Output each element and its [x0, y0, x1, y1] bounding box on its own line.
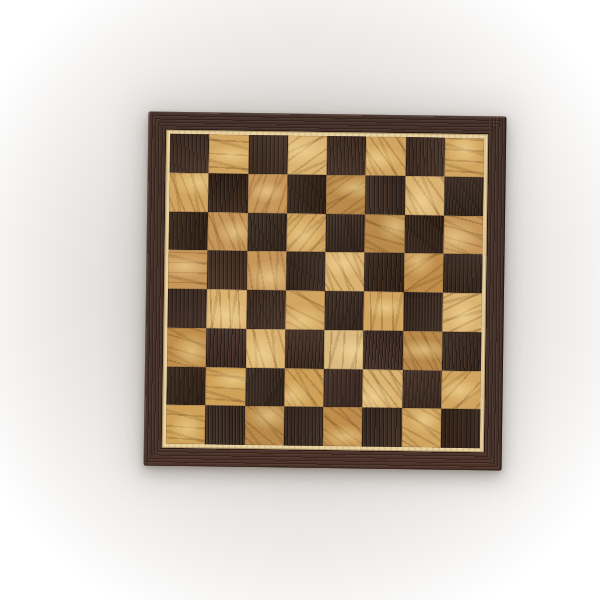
square-r0c4 — [327, 136, 367, 175]
square-r4c0 — [167, 289, 207, 328]
square-r1c0 — [169, 173, 209, 212]
square-r3c3 — [286, 252, 326, 291]
square-r6c4 — [323, 368, 363, 407]
square-r0c0 — [170, 134, 210, 173]
square-r1c3 — [287, 174, 327, 213]
square-r1c7 — [444, 176, 484, 215]
square-r7c6 — [401, 408, 441, 447]
square-r4c3 — [285, 290, 325, 329]
square-r0c3 — [287, 135, 327, 174]
square-r3c7 — [443, 254, 483, 293]
square-r3c2 — [247, 251, 287, 290]
square-r4c4 — [324, 291, 364, 330]
square-r6c3 — [284, 368, 324, 407]
square-r0c7 — [444, 138, 484, 177]
chess-board — [144, 112, 507, 471]
square-r5c3 — [285, 329, 325, 368]
backdrop — [0, 0, 600, 600]
square-r3c1 — [207, 251, 247, 290]
square-r2c4 — [326, 214, 366, 253]
square-r1c2 — [248, 174, 288, 213]
square-r6c6 — [402, 370, 442, 409]
square-r6c1 — [206, 367, 246, 406]
square-r5c1 — [206, 328, 246, 367]
square-r7c7 — [441, 409, 481, 448]
square-r1c4 — [326, 175, 366, 214]
square-r2c3 — [286, 213, 326, 252]
square-r5c4 — [324, 330, 364, 369]
square-r1c6 — [405, 176, 445, 215]
square-r7c5 — [362, 408, 402, 447]
square-r0c6 — [405, 137, 445, 176]
square-r2c2 — [247, 212, 287, 251]
square-r5c0 — [167, 328, 207, 367]
square-r4c5 — [364, 292, 404, 331]
square-r1c1 — [208, 173, 248, 212]
square-r7c1 — [205, 406, 245, 445]
board-grid — [166, 134, 484, 448]
square-r3c4 — [325, 252, 365, 291]
square-r0c5 — [366, 137, 406, 176]
square-r6c7 — [441, 370, 481, 409]
square-r3c5 — [364, 253, 404, 292]
square-r2c5 — [365, 214, 405, 253]
square-r4c1 — [207, 289, 247, 328]
square-r5c5 — [363, 330, 403, 369]
square-r4c7 — [442, 293, 482, 332]
square-r3c6 — [403, 253, 443, 292]
square-r3c0 — [168, 250, 208, 289]
square-r7c0 — [166, 405, 206, 444]
square-r6c2 — [245, 367, 285, 406]
square-r7c3 — [284, 407, 324, 446]
square-r0c2 — [248, 135, 288, 174]
square-r7c2 — [244, 406, 284, 445]
square-r2c6 — [404, 215, 444, 254]
square-r5c6 — [402, 331, 442, 370]
square-r6c5 — [363, 369, 403, 408]
square-r4c2 — [246, 290, 286, 329]
square-r6c0 — [166, 366, 206, 405]
square-r0c1 — [209, 134, 249, 173]
square-r7c4 — [323, 407, 363, 446]
square-r1c5 — [365, 175, 405, 214]
square-r5c7 — [442, 331, 482, 370]
square-r5c2 — [245, 329, 285, 368]
square-r2c7 — [443, 215, 483, 254]
square-r2c1 — [208, 212, 248, 251]
square-r4c6 — [403, 292, 443, 331]
square-r2c0 — [169, 211, 209, 250]
